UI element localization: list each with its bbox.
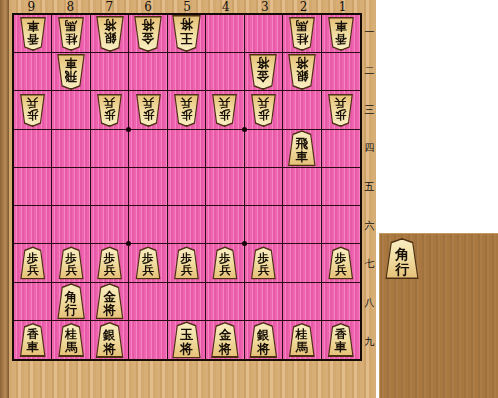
- square-6-5[interactable]: [129, 168, 167, 206]
- piece-kanji: 角行: [395, 247, 409, 277]
- square-5-9[interactable]: 玉将: [168, 321, 206, 359]
- piece-kanji: 歩兵: [104, 252, 116, 277]
- file-label-6: 6: [129, 0, 168, 13]
- square-1-9[interactable]: 香車: [322, 321, 360, 359]
- star-point: [242, 127, 247, 132]
- piece-pawn-sente[interactable]: 歩兵: [19, 246, 46, 279]
- piece-kanji: 歩兵: [65, 252, 77, 277]
- square-1-7[interactable]: 歩兵: [322, 244, 360, 282]
- square-7-9[interactable]: 銀将: [91, 321, 129, 359]
- square-2-3[interactable]: [283, 91, 321, 129]
- square-5-4[interactable]: [168, 130, 206, 168]
- square-8-4[interactable]: [52, 130, 90, 168]
- piece-gold-gote[interactable]: 金将: [133, 16, 163, 52]
- square-9-8[interactable]: [14, 283, 52, 321]
- piece-pawn-sente[interactable]: 歩兵: [58, 246, 85, 279]
- rank-label-7: 七: [362, 245, 377, 284]
- square-9-7[interactable]: 歩兵: [14, 244, 52, 282]
- piece-kanji: 歩兵: [335, 96, 347, 121]
- square-1-2[interactable]: [322, 53, 360, 91]
- file-label-7: 7: [90, 0, 129, 13]
- rank-label-3: 三: [362, 90, 377, 129]
- piece-kanji: 銀将: [296, 56, 309, 83]
- square-8-6[interactable]: [52, 206, 90, 244]
- piece-pawn-sente[interactable]: 歩兵: [327, 246, 354, 279]
- piece-pawn-sente[interactable]: 歩兵: [135, 246, 162, 279]
- square-9-4[interactable]: [14, 130, 52, 168]
- square-4-4[interactable]: [206, 130, 244, 168]
- square-2-8[interactable]: [283, 283, 321, 321]
- square-4-5[interactable]: [206, 168, 244, 206]
- square-4-3[interactable]: 歩兵: [206, 91, 244, 129]
- piece-rook-sente[interactable]: 飛車: [287, 130, 317, 166]
- square-6-7[interactable]: 歩兵: [129, 244, 167, 282]
- piece-kanji: 香車: [27, 328, 39, 354]
- piece-kanji: 玉将: [180, 328, 193, 356]
- rank-label-6: 六: [362, 206, 377, 245]
- rank-label-8: 八: [362, 284, 377, 323]
- piece-kanji: 飛車: [296, 137, 309, 164]
- square-1-6[interactable]: [322, 206, 360, 244]
- square-4-9[interactable]: 金将: [206, 321, 244, 359]
- piece-pawn-gote[interactable]: 歩兵: [327, 94, 354, 127]
- piece-kanji: 角行: [65, 290, 78, 317]
- captured-pieces-tray-sente[interactable]: 角行: [379, 233, 498, 398]
- square-9-6[interactable]: [14, 206, 52, 244]
- piece-pawn-gote[interactable]: 歩兵: [19, 94, 46, 127]
- piece-pawn-gote[interactable]: 歩兵: [211, 94, 238, 127]
- square-6-9[interactable]: [129, 321, 167, 359]
- piece-kanji: 金将: [142, 18, 155, 45]
- file-label-3: 3: [245, 0, 284, 13]
- square-8-1[interactable]: 桂馬: [52, 15, 90, 53]
- square-8-7[interactable]: 歩兵: [52, 244, 90, 282]
- piece-kanji: 桂馬: [296, 328, 308, 354]
- file-label-5: 5: [168, 0, 207, 13]
- square-9-3[interactable]: 歩兵: [14, 91, 52, 129]
- piece-pawn-sente[interactable]: 歩兵: [250, 246, 277, 279]
- piece-gold-sente[interactable]: 金将: [210, 322, 240, 358]
- piece-lance-gote[interactable]: 香車: [19, 17, 47, 51]
- square-6-6[interactable]: [129, 206, 167, 244]
- piece-kanji: 歩兵: [27, 252, 39, 277]
- square-5-2[interactable]: [168, 53, 206, 91]
- board-grid-frame: 香車桂馬銀将金将王将桂馬香車飛車金将銀将歩兵歩兵歩兵歩兵歩兵歩兵歩兵飛車歩兵歩兵…: [12, 13, 362, 361]
- square-6-3[interactable]: 歩兵: [129, 91, 167, 129]
- rank-label-5: 五: [362, 168, 377, 207]
- square-4-6[interactable]: [206, 206, 244, 244]
- piece-kanji: 香車: [335, 19, 347, 45]
- square-8-3[interactable]: [52, 91, 90, 129]
- piece-kanji: 桂馬: [65, 19, 77, 45]
- square-9-9[interactable]: 香車: [14, 321, 52, 359]
- piece-kanji: 歩兵: [219, 252, 231, 277]
- square-6-8[interactable]: [129, 283, 167, 321]
- shogi-board: 987654321 香車桂馬銀将金将王将桂馬香車飛車金将銀将歩兵歩兵歩兵歩兵歩兵…: [0, 0, 376, 398]
- square-6-4[interactable]: [129, 130, 167, 168]
- piece-kanji: 飛車: [65, 56, 78, 83]
- square-3-5[interactable]: [245, 168, 283, 206]
- shogi-app-window: 987654321 香車桂馬銀将金将王将桂馬香車飛車金将銀将歩兵歩兵歩兵歩兵歩兵…: [0, 0, 498, 398]
- piece-silver-gote[interactable]: 銀将: [95, 16, 125, 52]
- square-3-4[interactable]: [245, 130, 283, 168]
- square-5-7[interactable]: 歩兵: [168, 244, 206, 282]
- piece-pawn-gote[interactable]: 歩兵: [250, 94, 277, 127]
- piece-kanji: 桂馬: [65, 328, 77, 354]
- square-7-7[interactable]: 歩兵: [91, 244, 129, 282]
- piece-knight-gote[interactable]: 桂馬: [288, 17, 316, 51]
- piece-kanji: 歩兵: [335, 252, 347, 277]
- piece-kanji: 金将: [103, 290, 116, 317]
- square-2-2[interactable]: 銀将: [283, 53, 321, 91]
- piece-gold-gote[interactable]: 金将: [248, 54, 278, 90]
- piece-kanji: 王将: [180, 18, 193, 46]
- piece-silver-gote[interactable]: 銀将: [287, 54, 317, 90]
- rank-label-9: 九: [362, 322, 377, 361]
- rank-label-4: 四: [362, 129, 377, 168]
- square-8-8[interactable]: 角行: [52, 283, 90, 321]
- piece-kanji: 金将: [257, 56, 270, 83]
- square-3-9[interactable]: 銀将: [245, 321, 283, 359]
- square-2-7[interactable]: [283, 244, 321, 282]
- board-grid: 香車桂馬銀将金将王将桂馬香車飛車金将銀将歩兵歩兵歩兵歩兵歩兵歩兵歩兵飛車歩兵歩兵…: [14, 15, 360, 359]
- square-1-5[interactable]: [322, 168, 360, 206]
- square-1-8[interactable]: [322, 283, 360, 321]
- piece-kanji: 銀将: [103, 328, 116, 355]
- piece-pawn-gote[interactable]: 歩兵: [135, 94, 162, 127]
- square-4-7[interactable]: 歩兵: [206, 244, 244, 282]
- square-3-7[interactable]: 歩兵: [245, 244, 283, 282]
- file-label-4: 4: [206, 0, 245, 13]
- piece-kanji: 歩兵: [27, 96, 39, 121]
- piece-lance-sente[interactable]: 香車: [327, 323, 355, 357]
- piece-kanji: 歩兵: [142, 96, 154, 121]
- piece-kanji: 桂馬: [296, 19, 308, 45]
- rank-labels: 一二三四五六七八九: [362, 13, 377, 361]
- square-3-8[interactable]: [245, 283, 283, 321]
- piece-kanji: 歩兵: [219, 96, 231, 121]
- square-2-1[interactable]: 桂馬: [283, 15, 321, 53]
- piece-silver-sente[interactable]: 銀将: [248, 322, 278, 358]
- piece-kanji: 香車: [335, 328, 347, 354]
- file-label-9: 9: [12, 0, 51, 13]
- piece-kanji: 歩兵: [142, 252, 154, 277]
- piece-kanji: 銀将: [257, 328, 270, 355]
- square-7-6[interactable]: [91, 206, 129, 244]
- piece-rook-gote[interactable]: 飛車: [56, 54, 86, 90]
- square-1-1[interactable]: 香車: [322, 15, 360, 53]
- piece-knight-sente[interactable]: 桂馬: [57, 323, 85, 357]
- piece-kanji: 歩兵: [181, 252, 193, 277]
- square-8-5[interactable]: [52, 168, 90, 206]
- square-1-3[interactable]: 歩兵: [322, 91, 360, 129]
- piece-bishop-sente[interactable]: 角行: [56, 283, 86, 319]
- piece-silver-sente[interactable]: 銀将: [95, 322, 125, 358]
- piece-pawn-sente[interactable]: 歩兵: [211, 246, 238, 279]
- piece-bishop-captured[interactable]: 角行: [384, 238, 420, 279]
- square-2-9[interactable]: 桂馬: [283, 321, 321, 359]
- square-1-4[interactable]: [322, 130, 360, 168]
- square-5-5[interactable]: [168, 168, 206, 206]
- piece-kanji: 金将: [219, 328, 232, 355]
- piece-king-sente[interactable]: 玉将: [171, 321, 202, 358]
- square-5-3[interactable]: 歩兵: [168, 91, 206, 129]
- board-left-edge: [0, 0, 9, 398]
- square-3-6[interactable]: [245, 206, 283, 244]
- square-5-1[interactable]: 王将: [168, 15, 206, 53]
- square-5-8[interactable]: [168, 283, 206, 321]
- square-9-5[interactable]: [14, 168, 52, 206]
- piece-kanji: 香車: [27, 19, 39, 45]
- file-label-1: 1: [323, 0, 362, 13]
- square-4-1[interactable]: [206, 15, 244, 53]
- file-label-8: 8: [51, 0, 90, 13]
- piece-pawn-sente[interactable]: 歩兵: [96, 246, 123, 279]
- piece-knight-gote[interactable]: 桂馬: [57, 17, 85, 51]
- square-7-5[interactable]: [91, 168, 129, 206]
- piece-kanji: 歩兵: [181, 96, 193, 121]
- square-2-5[interactable]: [283, 168, 321, 206]
- piece-lance-sente[interactable]: 香車: [19, 323, 47, 357]
- square-4-8[interactable]: [206, 283, 244, 321]
- file-label-2: 2: [284, 0, 323, 13]
- square-8-9[interactable]: 桂馬: [52, 321, 90, 359]
- square-9-1[interactable]: 香車: [14, 15, 52, 53]
- square-7-1[interactable]: 銀将: [91, 15, 129, 53]
- square-8-2[interactable]: 飛車: [52, 53, 90, 91]
- piece-knight-sente[interactable]: 桂馬: [288, 323, 316, 357]
- square-3-3[interactable]: 歩兵: [245, 91, 283, 129]
- piece-kanji: 歩兵: [258, 252, 270, 277]
- square-3-2[interactable]: 金将: [245, 53, 283, 91]
- piece-kanji: 歩兵: [258, 96, 270, 121]
- square-6-1[interactable]: 金将: [129, 15, 167, 53]
- piece-kanji: 銀将: [103, 18, 116, 45]
- square-9-2[interactable]: [14, 53, 52, 91]
- piece-king-gote[interactable]: 王将: [171, 15, 202, 52]
- square-7-8[interactable]: 金将: [91, 283, 129, 321]
- square-2-4[interactable]: 飛車: [283, 130, 321, 168]
- square-7-4[interactable]: [91, 130, 129, 168]
- square-5-6[interactable]: [168, 206, 206, 244]
- piece-lance-gote[interactable]: 香車: [327, 17, 355, 51]
- piece-gold-sente[interactable]: 金将: [95, 283, 125, 319]
- square-7-2[interactable]: [91, 53, 129, 91]
- square-7-3[interactable]: 歩兵: [91, 91, 129, 129]
- file-labels: 987654321: [12, 0, 362, 13]
- rank-label-1: 一: [362, 13, 377, 52]
- piece-pawn-sente[interactable]: 歩兵: [173, 246, 200, 279]
- square-2-6[interactable]: [283, 206, 321, 244]
- square-6-2[interactable]: [129, 53, 167, 91]
- piece-kanji: 歩兵: [104, 96, 116, 121]
- piece-pawn-gote[interactable]: 歩兵: [96, 94, 123, 127]
- square-4-2[interactable]: [206, 53, 244, 91]
- rank-label-2: 二: [362, 52, 377, 91]
- square-3-1[interactable]: [245, 15, 283, 53]
- piece-pawn-gote[interactable]: 歩兵: [173, 94, 200, 127]
